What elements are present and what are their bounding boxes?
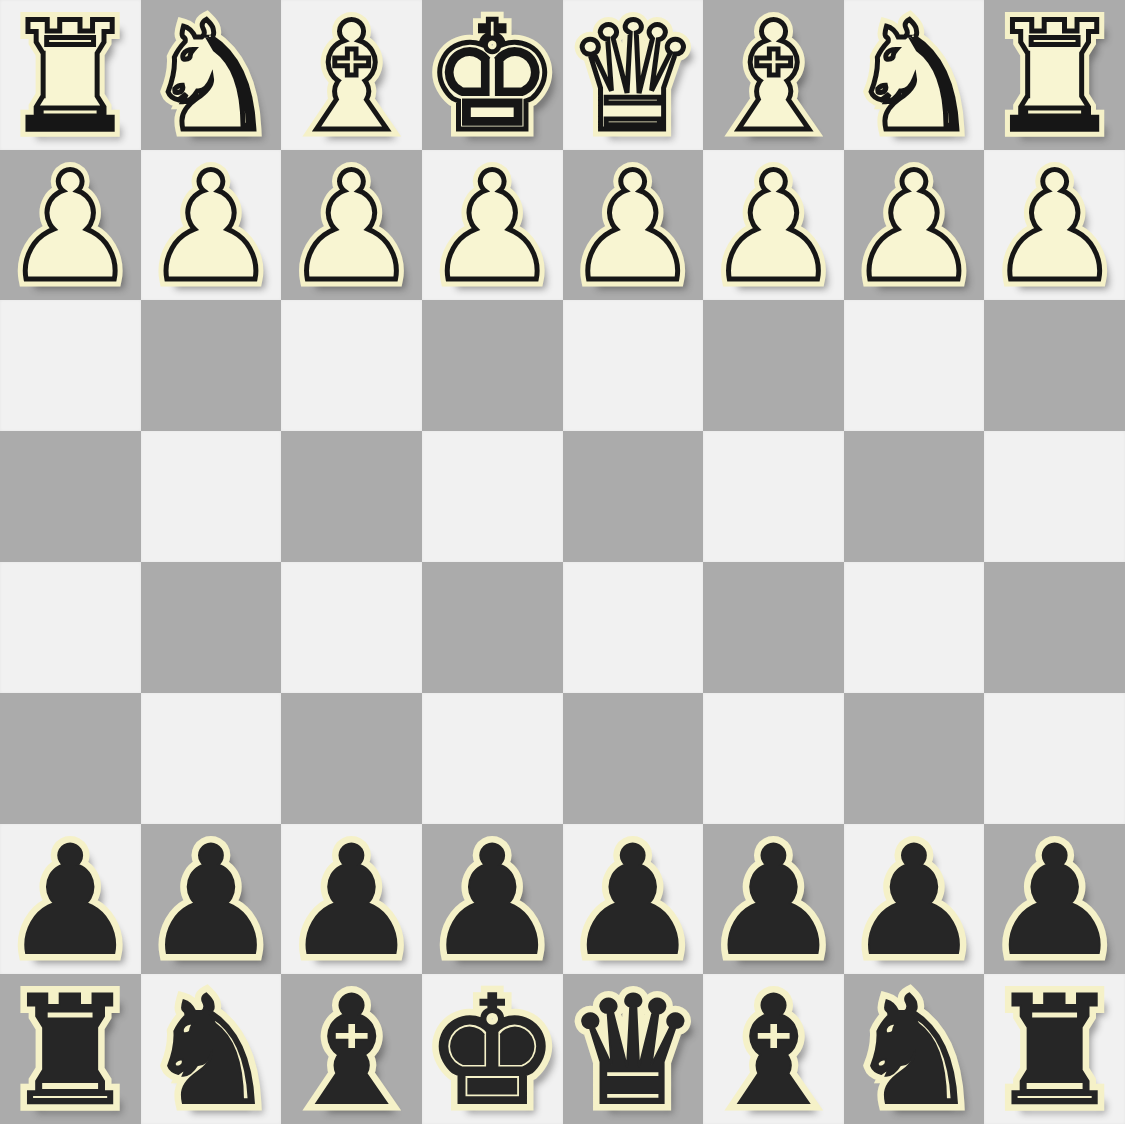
piece-black-pawn[interactable]: ♟ <box>566 826 700 976</box>
piece-white-bishop[interactable]: ♝ <box>706 2 840 152</box>
piece-black-bishop[interactable]: ♝ <box>284 976 418 1124</box>
square-d2[interactable]: ♟ <box>563 150 704 300</box>
piece-black-pawn[interactable]: ♟ <box>706 826 840 976</box>
square-h7[interactable]: ♟ <box>0 824 141 974</box>
square-a5[interactable] <box>984 562 1125 693</box>
piece-black-knight[interactable]: ♞ <box>847 976 981 1124</box>
square-g6[interactable] <box>141 693 282 824</box>
square-c4[interactable] <box>703 431 844 562</box>
square-c6[interactable] <box>703 693 844 824</box>
square-f2[interactable]: ♟ <box>281 150 422 300</box>
square-c3[interactable] <box>703 300 844 431</box>
square-b4[interactable] <box>844 431 985 562</box>
square-f1[interactable]: ♝ <box>281 0 422 150</box>
square-h1[interactable]: ♜ <box>0 0 141 150</box>
square-g4[interactable] <box>141 431 282 562</box>
square-g3[interactable] <box>141 300 282 431</box>
piece-white-pawn[interactable]: ♟ <box>706 152 840 302</box>
square-h2[interactable]: ♟ <box>0 150 141 300</box>
square-b6[interactable] <box>844 693 985 824</box>
piece-white-pawn[interactable]: ♟ <box>425 152 559 302</box>
piece-white-queen[interactable]: ♛ <box>566 2 700 152</box>
square-e3[interactable] <box>422 300 563 431</box>
square-b7[interactable]: ♟ <box>844 824 985 974</box>
piece-white-pawn[interactable]: ♟ <box>566 152 700 302</box>
square-c5[interactable] <box>703 562 844 693</box>
piece-white-pawn[interactable]: ♟ <box>987 152 1121 302</box>
square-a4[interactable] <box>984 431 1125 562</box>
square-a7[interactable]: ♟ <box>984 824 1125 974</box>
square-d6[interactable] <box>563 693 704 824</box>
piece-white-rook[interactable]: ♜ <box>987 2 1121 152</box>
piece-black-queen[interactable]: ♛ <box>566 976 700 1124</box>
square-b1[interactable]: ♞ <box>844 0 985 150</box>
square-g7[interactable]: ♟ <box>141 824 282 974</box>
square-e5[interactable] <box>422 562 563 693</box>
square-g2[interactable]: ♟ <box>141 150 282 300</box>
square-c7[interactable]: ♟ <box>703 824 844 974</box>
square-e4[interactable] <box>422 431 563 562</box>
square-d3[interactable] <box>563 300 704 431</box>
square-e6[interactable] <box>422 693 563 824</box>
square-g5[interactable] <box>141 562 282 693</box>
square-h6[interactable] <box>0 693 141 824</box>
square-d1[interactable]: ♛ <box>563 0 704 150</box>
square-h8[interactable]: ♜ <box>0 974 141 1124</box>
square-e2[interactable]: ♟ <box>422 150 563 300</box>
square-h3[interactable] <box>0 300 141 431</box>
square-f6[interactable] <box>281 693 422 824</box>
square-f4[interactable] <box>281 431 422 562</box>
square-h4[interactable] <box>0 431 141 562</box>
piece-white-king[interactable]: ♚ <box>425 2 559 152</box>
piece-white-pawn[interactable]: ♟ <box>284 152 418 302</box>
piece-white-knight[interactable]: ♞ <box>144 2 278 152</box>
piece-white-knight[interactable]: ♞ <box>847 2 981 152</box>
piece-black-pawn[interactable]: ♟ <box>284 826 418 976</box>
square-d7[interactable]: ♟ <box>563 824 704 974</box>
piece-black-rook[interactable]: ♜ <box>3 976 137 1124</box>
square-c8[interactable]: ♝ <box>703 974 844 1124</box>
piece-white-pawn[interactable]: ♟ <box>144 152 278 302</box>
piece-black-pawn[interactable]: ♟ <box>3 826 137 976</box>
piece-black-bishop[interactable]: ♝ <box>706 976 840 1124</box>
square-b2[interactable]: ♟ <box>844 150 985 300</box>
piece-black-pawn[interactable]: ♟ <box>987 826 1121 976</box>
square-c2[interactable]: ♟ <box>703 150 844 300</box>
square-g8[interactable]: ♞ <box>141 974 282 1124</box>
square-d8[interactable]: ♛ <box>563 974 704 1124</box>
square-g1[interactable]: ♞ <box>141 0 282 150</box>
piece-black-pawn[interactable]: ♟ <box>144 826 278 976</box>
square-a6[interactable] <box>984 693 1125 824</box>
square-f8[interactable]: ♝ <box>281 974 422 1124</box>
square-e8[interactable]: ♚ <box>422 974 563 1124</box>
square-a2[interactable]: ♟ <box>984 150 1125 300</box>
piece-white-bishop[interactable]: ♝ <box>284 2 418 152</box>
square-f7[interactable]: ♟ <box>281 824 422 974</box>
piece-black-rook[interactable]: ♜ <box>987 976 1121 1124</box>
piece-black-pawn[interactable]: ♟ <box>847 826 981 976</box>
square-c1[interactable]: ♝ <box>703 0 844 150</box>
chess-board: ♜♞♝♚♛♝♞♜♟♟♟♟♟♟♟♟♟♟♟♟♟♟♟♟♜♞♝♚♛♝♞♜ <box>0 0 1125 1124</box>
square-e1[interactable]: ♚ <box>422 0 563 150</box>
square-b5[interactable] <box>844 562 985 693</box>
piece-white-pawn[interactable]: ♟ <box>3 152 137 302</box>
square-f5[interactable] <box>281 562 422 693</box>
square-d4[interactable] <box>563 431 704 562</box>
square-a1[interactable]: ♜ <box>984 0 1125 150</box>
square-e7[interactable]: ♟ <box>422 824 563 974</box>
square-a8[interactable]: ♜ <box>984 974 1125 1124</box>
square-b3[interactable] <box>844 300 985 431</box>
piece-black-pawn[interactable]: ♟ <box>425 826 559 976</box>
square-a3[interactable] <box>984 300 1125 431</box>
square-d5[interactable] <box>563 562 704 693</box>
square-f3[interactable] <box>281 300 422 431</box>
square-h5[interactable] <box>0 562 141 693</box>
piece-black-king[interactable]: ♚ <box>425 976 559 1124</box>
piece-white-pawn[interactable]: ♟ <box>847 152 981 302</box>
piece-white-rook[interactable]: ♜ <box>3 2 137 152</box>
square-b8[interactable]: ♞ <box>844 974 985 1124</box>
piece-black-knight[interactable]: ♞ <box>144 976 278 1124</box>
